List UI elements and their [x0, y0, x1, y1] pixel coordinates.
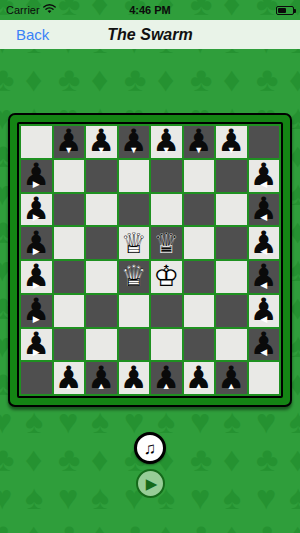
- square-h7[interactable]: ♟◀: [249, 160, 280, 192]
- square-f4[interactable]: [184, 261, 215, 293]
- square-h6[interactable]: ♟◀: [249, 194, 280, 226]
- square-a3[interactable]: ♟▶: [21, 295, 52, 327]
- status-bar: Carrier 4:46 PM: [0, 0, 300, 20]
- pawn-direction-d-icon: ▼: [227, 146, 236, 155]
- square-g5[interactable]: [216, 227, 247, 259]
- clock: 4:46 PM: [96, 4, 204, 16]
- square-e7[interactable]: [151, 160, 182, 192]
- square-a8[interactable]: [21, 126, 52, 158]
- square-b2[interactable]: [54, 329, 85, 361]
- square-c5[interactable]: [86, 227, 117, 259]
- square-g6[interactable]: [216, 194, 247, 226]
- square-f8[interactable]: ♟▼: [184, 126, 215, 158]
- square-h1[interactable]: [249, 362, 280, 394]
- music-note-icon: ♫: [144, 440, 157, 457]
- square-f5[interactable]: [184, 227, 215, 259]
- pawn-direction-l-icon: ◀: [260, 281, 267, 290]
- square-g2[interactable]: [216, 329, 247, 361]
- square-b7[interactable]: [54, 160, 85, 192]
- pawn-direction-l-icon: ◀: [260, 348, 267, 357]
- square-a5[interactable]: ♟▶: [21, 227, 52, 259]
- white-queen: ♛♕: [121, 262, 147, 291]
- white-queen: ♛♕: [121, 229, 147, 258]
- back-button[interactable]: Back: [16, 26, 49, 43]
- square-h3[interactable]: ♟◀: [249, 295, 280, 327]
- play-button[interactable]: ▶: [136, 469, 165, 498]
- square-h5[interactable]: ♟◀: [249, 227, 280, 259]
- pawn-direction-r-icon: ▶: [33, 180, 40, 189]
- pawn-direction-l-icon: ◀: [260, 247, 267, 256]
- square-e8[interactable]: ♟▼: [151, 126, 182, 158]
- square-d4[interactable]: ♛♕: [119, 261, 150, 293]
- square-b8[interactable]: ♟▼: [54, 126, 85, 158]
- square-d5[interactable]: ♛♕: [119, 227, 150, 259]
- square-f2[interactable]: [184, 329, 215, 361]
- wifi-icon: [43, 4, 56, 16]
- pawn-direction-d-icon: ▼: [162, 146, 171, 155]
- pawn-direction-d-icon: ▼: [194, 146, 203, 155]
- square-g3[interactable]: [216, 295, 247, 327]
- square-d1[interactable]: ♟▲: [119, 362, 150, 394]
- square-e5[interactable]: ♛♕: [151, 227, 182, 259]
- pawn-direction-r-icon: ▶: [33, 348, 40, 357]
- square-g4[interactable]: [216, 261, 247, 293]
- pawn-direction-u-icon: ▲: [194, 382, 203, 391]
- play-icon: ▶: [146, 476, 158, 491]
- pawn-direction-d-icon: ▼: [129, 146, 138, 155]
- pawn-direction-r-icon: ▶: [33, 213, 40, 222]
- square-d3[interactable]: [119, 295, 150, 327]
- square-a2[interactable]: ♟▶: [21, 329, 52, 361]
- square-e1[interactable]: ♟▲: [151, 362, 182, 394]
- square-d8[interactable]: ♟▼: [119, 126, 150, 158]
- square-g7[interactable]: [216, 160, 247, 192]
- square-b1[interactable]: ♟▲: [54, 362, 85, 394]
- pawn-direction-d-icon: ▼: [64, 146, 73, 155]
- pawn-direction-l-icon: ◀: [260, 213, 267, 222]
- square-c7[interactable]: [86, 160, 117, 192]
- square-d6[interactable]: [119, 194, 150, 226]
- square-d2[interactable]: [119, 329, 150, 361]
- pawn-direction-u-icon: ▲: [162, 382, 171, 391]
- square-b5[interactable]: [54, 227, 85, 259]
- square-e4[interactable]: ♚♔: [151, 261, 182, 293]
- square-c1[interactable]: ♟▲: [86, 362, 117, 394]
- square-e2[interactable]: [151, 329, 182, 361]
- square-b6[interactable]: [54, 194, 85, 226]
- square-a7[interactable]: ♟▶: [21, 160, 52, 192]
- square-f3[interactable]: [184, 295, 215, 327]
- square-d7[interactable]: [119, 160, 150, 192]
- square-c4[interactable]: [86, 261, 117, 293]
- square-a1[interactable]: [21, 362, 52, 394]
- navigation-bar: Back The Swarm: [0, 20, 300, 49]
- square-e6[interactable]: [151, 194, 182, 226]
- carrier-label: Carrier: [6, 4, 40, 16]
- pawn-direction-u-icon: ▲: [64, 382, 73, 391]
- pawn-direction-l-icon: ◀: [260, 315, 267, 324]
- square-h8[interactable]: [249, 126, 280, 158]
- pawn-direction-l-icon: ◀: [260, 180, 267, 189]
- square-f1[interactable]: ♟▲: [184, 362, 215, 394]
- square-b4[interactable]: [54, 261, 85, 293]
- square-f7[interactable]: [184, 160, 215, 192]
- square-g8[interactable]: ♟▼: [216, 126, 247, 158]
- pawn-direction-r-icon: ▶: [33, 247, 40, 256]
- music-button[interactable]: ♫: [134, 432, 166, 464]
- square-a6[interactable]: ♟▶: [21, 194, 52, 226]
- square-c2[interactable]: [86, 329, 117, 361]
- square-c8[interactable]: ♟▼: [86, 126, 117, 158]
- pawn-direction-u-icon: ▲: [97, 382, 106, 391]
- square-e3[interactable]: [151, 295, 182, 327]
- pawn-direction-u-icon: ▲: [129, 382, 138, 391]
- square-c3[interactable]: [86, 295, 117, 327]
- white-king: ♚♔: [153, 262, 179, 291]
- pawn-direction-r-icon: ▶: [33, 281, 40, 290]
- pawn-direction-u-icon: ▲: [227, 382, 236, 391]
- board-grid: ♟▼♟▼♟▼♟▼♟▼♟▼♟▶♟◀♟▶♟◀♟▶♛♕♛♕♟◀♟▶♛♕♚♔♟◀♟▶♟◀…: [17, 122, 283, 398]
- battery-icon: [276, 6, 294, 15]
- square-g1[interactable]: ♟▲: [216, 362, 247, 394]
- square-c6[interactable]: [86, 194, 117, 226]
- black-queen: ♛♕: [153, 229, 179, 258]
- square-b3[interactable]: [54, 295, 85, 327]
- square-f6[interactable]: [184, 194, 215, 226]
- square-h4[interactable]: ♟◀: [249, 261, 280, 293]
- square-h2[interactable]: ♟◀: [249, 329, 280, 361]
- square-a4[interactable]: ♟▶: [21, 261, 52, 293]
- pawn-direction-d-icon: ▼: [97, 146, 106, 155]
- chess-board-frame: ♟▼♟▼♟▼♟▼♟▼♟▼♟▶♟◀♟▶♟◀♟▶♛♕♛♕♟◀♟▶♛♕♚♔♟◀♟▶♟◀…: [8, 113, 292, 407]
- pawn-direction-r-icon: ▶: [33, 315, 40, 324]
